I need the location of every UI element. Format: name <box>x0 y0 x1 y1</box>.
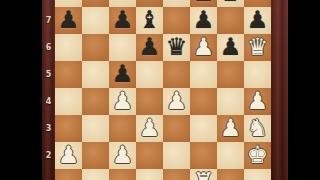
square-h5 <box>244 61 271 88</box>
white-pawn-h4: ♟ <box>244 88 271 115</box>
square-d4 <box>136 88 163 115</box>
white-rook-f1: ♜ <box>190 169 217 180</box>
square-g5 <box>217 61 244 88</box>
square-f6: ♟ <box>190 34 217 61</box>
square-b8 <box>82 0 109 7</box>
square-e3 <box>163 115 190 142</box>
black-bishop-d7: ♝ <box>136 7 163 34</box>
rank-label-4: 4 <box>42 88 55 115</box>
black-pawn-c5: ♟ <box>109 61 136 88</box>
black-queen-e6: ♛ <box>163 34 190 61</box>
square-a7: ♟ <box>55 7 82 34</box>
square-c4: ♟ <box>109 88 136 115</box>
square-d2 <box>136 142 163 169</box>
white-pawn-f6: ♟ <box>190 34 217 61</box>
square-d1 <box>136 169 163 180</box>
rank-label-2: 2 <box>42 142 55 169</box>
rank-label-7: 7 <box>42 7 55 34</box>
square-c6 <box>109 34 136 61</box>
black-pawn-a7: ♟ <box>55 7 82 34</box>
rank-label-6: 6 <box>42 34 55 61</box>
square-h2: ♚ <box>244 142 271 169</box>
square-d5 <box>136 61 163 88</box>
white-pawn-g3: ♟ <box>217 115 244 142</box>
square-e6: ♛ <box>163 34 190 61</box>
square-g3: ♟ <box>217 115 244 142</box>
square-b3 <box>82 115 109 142</box>
square-a6 <box>55 34 82 61</box>
square-b1 <box>82 169 109 180</box>
square-g6: ♟ <box>217 34 244 61</box>
square-a2: ♟ <box>55 142 82 169</box>
black-pawn-g6: ♟ <box>217 34 244 61</box>
square-a3 <box>55 115 82 142</box>
video-frame: ♜♚♟♟♝♟♟♟♛♟♟♛♟♟♟♟♟♟♞♟♟♚♜ 765432 <box>0 0 320 180</box>
white-pawn-e4: ♟ <box>163 88 190 115</box>
white-pawn-c2: ♟ <box>109 142 136 169</box>
black-king-g8: ♚ <box>217 0 244 7</box>
square-g7 <box>217 7 244 34</box>
square-a1 <box>55 169 82 180</box>
rank-label-5: 5 <box>42 61 55 88</box>
square-b6 <box>82 34 109 61</box>
square-c1 <box>109 169 136 180</box>
white-queen-h6: ♛ <box>244 34 271 61</box>
square-b5 <box>82 61 109 88</box>
square-c2: ♟ <box>109 142 136 169</box>
square-h4: ♟ <box>244 88 271 115</box>
white-pawn-a2: ♟ <box>55 142 82 169</box>
square-f3 <box>190 115 217 142</box>
black-pawn-f7: ♟ <box>190 7 217 34</box>
square-b2 <box>82 142 109 169</box>
square-h6: ♛ <box>244 34 271 61</box>
square-b4 <box>82 88 109 115</box>
square-d7: ♝ <box>136 7 163 34</box>
square-f2 <box>190 142 217 169</box>
square-e7 <box>163 7 190 34</box>
square-f4 <box>190 88 217 115</box>
square-g1 <box>217 169 244 180</box>
square-g8: ♚ <box>217 0 244 7</box>
square-e8 <box>163 0 190 7</box>
black-pawn-h7: ♟ <box>244 7 271 34</box>
white-pawn-c4: ♟ <box>109 88 136 115</box>
white-king-h2: ♚ <box>244 142 271 169</box>
square-h7: ♟ <box>244 7 271 34</box>
square-c7: ♟ <box>109 7 136 34</box>
white-pawn-d3: ♟ <box>136 115 163 142</box>
square-a4 <box>55 88 82 115</box>
square-e1 <box>163 169 190 180</box>
square-f5 <box>190 61 217 88</box>
white-knight-h3: ♞ <box>244 115 271 142</box>
square-b7 <box>82 7 109 34</box>
square-h1 <box>244 169 271 180</box>
square-f7: ♟ <box>190 7 217 34</box>
rank-label-3: 3 <box>42 115 55 142</box>
square-g4 <box>217 88 244 115</box>
square-f1: ♜ <box>190 169 217 180</box>
square-d6: ♟ <box>136 34 163 61</box>
chess-board: ♜♚♟♟♝♟♟♟♛♟♟♛♟♟♟♟♟♟♞♟♟♚♜ <box>55 0 271 180</box>
square-e4: ♟ <box>163 88 190 115</box>
square-d3: ♟ <box>136 115 163 142</box>
square-e5 <box>163 61 190 88</box>
black-pawn-d6: ♟ <box>136 34 163 61</box>
square-g2 <box>217 142 244 169</box>
square-e2 <box>163 142 190 169</box>
square-c5: ♟ <box>109 61 136 88</box>
square-c3 <box>109 115 136 142</box>
black-pawn-c7: ♟ <box>109 7 136 34</box>
square-h3: ♞ <box>244 115 271 142</box>
square-a5 <box>55 61 82 88</box>
